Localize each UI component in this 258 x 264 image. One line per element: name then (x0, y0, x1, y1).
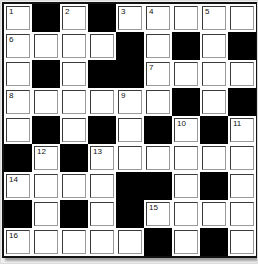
cell-r7c3[interactable] (60, 172, 88, 200)
cell-r9c6 (144, 228, 172, 256)
cell-r8c2[interactable] (32, 200, 60, 228)
cell-r4c3[interactable] (60, 88, 88, 116)
cell-box: 9 (118, 90, 142, 114)
crossword-grid: 12345678910111213141516 (2, 2, 258, 258)
cell-box (34, 230, 58, 254)
cell-r6c9[interactable] (228, 144, 256, 172)
cell-box (34, 90, 58, 114)
cell-r1c9[interactable] (228, 4, 256, 32)
cell-box (90, 90, 114, 114)
cell-box: 12 (34, 146, 58, 170)
cell-r9c5[interactable] (116, 228, 144, 256)
cell-r2c5 (116, 32, 144, 60)
cell-r1c2 (32, 4, 60, 32)
cell-r7c8 (200, 172, 228, 200)
cell-r3c6[interactable]: 7 (144, 60, 172, 88)
cell-r5c5[interactable] (116, 116, 144, 144)
cell-box (230, 230, 254, 254)
cell-box (174, 202, 198, 226)
cell-box (202, 202, 226, 226)
clue-number: 14 (9, 175, 18, 185)
cell-r6c3 (60, 144, 88, 172)
cell-box (174, 62, 198, 86)
cell-r9c7[interactable] (172, 228, 200, 256)
cell-box: 7 (146, 62, 170, 86)
cell-box (146, 34, 170, 58)
cell-r5c1[interactable] (4, 116, 32, 144)
cell-box: 1 (6, 6, 30, 30)
cell-r4c6[interactable] (144, 88, 172, 116)
cell-r5c8 (200, 116, 228, 144)
cell-box (6, 62, 30, 86)
cell-r2c2[interactable] (32, 32, 60, 60)
cell-r4c2[interactable] (32, 88, 60, 116)
cell-r8c1 (4, 200, 32, 228)
cell-box: 11 (230, 118, 254, 142)
cell-r2c7 (172, 32, 200, 60)
cell-box (174, 230, 198, 254)
cell-box (62, 34, 86, 58)
clue-number: 5 (205, 7, 209, 17)
cell-r2c9 (228, 32, 256, 60)
cell-r3c8[interactable] (200, 60, 228, 88)
cell-r7c9[interactable] (228, 172, 256, 200)
cell-box (230, 62, 254, 86)
cell-box (202, 62, 226, 86)
clue-number: 7 (149, 63, 153, 73)
cell-r6c5[interactable] (116, 144, 144, 172)
clue-number: 8 (9, 91, 13, 101)
clue-number: 16 (9, 231, 18, 241)
cell-r1c5[interactable]: 3 (116, 4, 144, 32)
cell-box (34, 34, 58, 58)
cell-box (230, 202, 254, 226)
clue-number: 15 (149, 203, 158, 213)
cell-r5c4 (88, 116, 116, 144)
cell-box (62, 90, 86, 114)
cell-box (90, 174, 114, 198)
cell-box: 16 (6, 230, 30, 254)
cell-r6c4[interactable]: 13 (88, 144, 116, 172)
cell-r1c4 (88, 4, 116, 32)
cell-r8c3 (60, 200, 88, 228)
cell-r5c7[interactable]: 10 (172, 116, 200, 144)
cell-r9c8 (200, 228, 228, 256)
cell-box (62, 230, 86, 254)
cell-r2c6[interactable] (144, 32, 172, 60)
cell-box: 4 (146, 6, 170, 30)
cell-box: 8 (6, 90, 30, 114)
cell-box (174, 6, 198, 30)
cell-r2c8[interactable] (200, 32, 228, 60)
cell-box (62, 118, 86, 142)
cell-box (230, 6, 254, 30)
cell-r7c4[interactable] (88, 172, 116, 200)
cell-box (62, 62, 86, 86)
cell-box (146, 90, 170, 114)
cell-r6c2[interactable]: 12 (32, 144, 60, 172)
cell-r1c8[interactable]: 5 (200, 4, 228, 32)
cell-box: 5 (202, 6, 226, 30)
cell-box: 10 (174, 118, 198, 142)
cell-box (6, 118, 30, 142)
cell-r5c3[interactable] (60, 116, 88, 144)
cell-r9c4[interactable] (88, 228, 116, 256)
cell-r4c4[interactable] (88, 88, 116, 116)
cell-box (174, 174, 198, 198)
cell-r4c5[interactable]: 9 (116, 88, 144, 116)
cell-r4c7 (172, 88, 200, 116)
cell-box: 15 (146, 202, 170, 226)
cell-r1c3[interactable]: 2 (60, 4, 88, 32)
cell-box (90, 202, 114, 226)
cell-r4c8[interactable] (200, 88, 228, 116)
cell-r3c2 (32, 60, 60, 88)
cell-r5c9[interactable]: 11 (228, 116, 256, 144)
cell-r1c7[interactable] (172, 4, 200, 32)
cell-r2c4[interactable] (88, 32, 116, 60)
cell-r3c1[interactable] (4, 60, 32, 88)
cell-r3c3[interactable] (60, 60, 88, 88)
cell-r8c8[interactable] (200, 200, 228, 228)
clue-number: 3 (121, 7, 125, 17)
clue-number: 12 (37, 147, 46, 157)
cell-box: 14 (6, 174, 30, 198)
cell-box (118, 118, 142, 142)
cell-box (62, 174, 86, 198)
cell-r8c7[interactable] (172, 200, 200, 228)
cell-r2c3[interactable] (60, 32, 88, 60)
clue-number: 9 (121, 91, 125, 101)
cell-r3c7[interactable] (172, 60, 200, 88)
cell-r5c2 (32, 116, 60, 144)
cell-r4c1[interactable]: 8 (4, 88, 32, 116)
cell-r3c9[interactable] (228, 60, 256, 88)
clue-number: 11 (233, 119, 241, 129)
cell-box (230, 174, 254, 198)
cell-r1c6[interactable]: 4 (144, 4, 172, 32)
cell-r3c5 (116, 60, 144, 88)
cell-r4c9 (228, 88, 256, 116)
cell-box (202, 90, 226, 114)
clue-number: 6 (9, 35, 13, 45)
clue-number: 1 (9, 7, 13, 17)
cell-r7c6 (144, 172, 172, 200)
cell-box (202, 34, 226, 58)
clue-number: 10 (177, 119, 186, 129)
clue-number: 13 (93, 147, 102, 157)
cell-box (90, 230, 114, 254)
cell-r7c1[interactable]: 14 (4, 172, 32, 200)
cell-r9c1[interactable]: 16 (4, 228, 32, 256)
cell-r7c5 (116, 172, 144, 200)
cell-r6c7[interactable] (172, 144, 200, 172)
cell-r7c7[interactable] (172, 172, 200, 200)
cell-box (118, 230, 142, 254)
cell-box (34, 174, 58, 198)
cell-box (230, 146, 254, 170)
cell-r6c6[interactable] (144, 144, 172, 172)
cell-box (34, 202, 58, 226)
cell-box (146, 146, 170, 170)
page-background: 12345678910111213141516 (0, 0, 258, 264)
clue-number: 4 (149, 7, 153, 17)
cell-box (202, 146, 226, 170)
cell-r5c6 (144, 116, 172, 144)
cell-box (90, 34, 114, 58)
cell-r8c4[interactable] (88, 200, 116, 228)
cell-r3c4 (88, 60, 116, 88)
cell-r6c1 (4, 144, 32, 172)
cell-r7c2[interactable] (32, 172, 60, 200)
cell-box: 6 (6, 34, 30, 58)
cell-r9c9[interactable] (228, 228, 256, 256)
cell-r1c1[interactable]: 1 (4, 4, 32, 32)
clue-number: 2 (65, 7, 69, 17)
cell-r8c5 (116, 200, 144, 228)
cell-r6c8[interactable] (200, 144, 228, 172)
cell-r9c2[interactable] (32, 228, 60, 256)
cell-box: 3 (118, 6, 142, 30)
cell-box: 2 (62, 6, 86, 30)
cell-r9c3[interactable] (60, 228, 88, 256)
cell-r2c1[interactable]: 6 (4, 32, 32, 60)
cell-r8c9[interactable] (228, 200, 256, 228)
cell-box (174, 146, 198, 170)
cell-box (118, 146, 142, 170)
cell-box: 13 (90, 146, 114, 170)
cell-r8c6[interactable]: 15 (144, 200, 172, 228)
